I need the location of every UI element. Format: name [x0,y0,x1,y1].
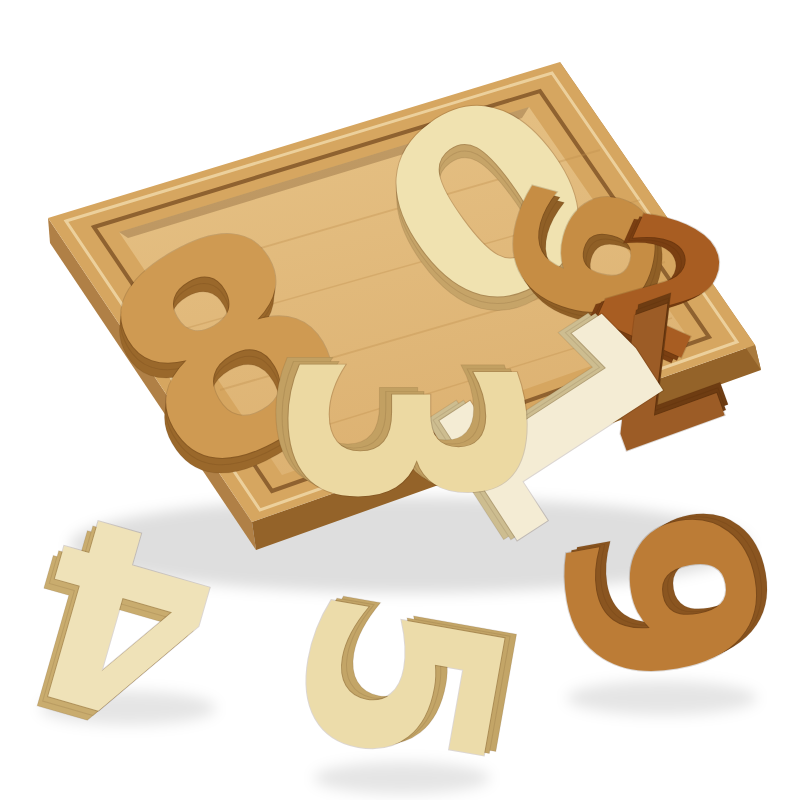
piece-digit-3-in-tray[interactable]: 3 3 3 [206,341,585,515]
puzzle-scene-svg: 0 0 0 6 6 6 2 2 2 8 8 8 7 7 7 1 1 1 3 3 … [0,0,800,800]
product-photo-scene: 0 0 0 6 6 6 2 2 2 8 8 8 7 7 7 1 1 1 3 3 … [0,0,800,800]
svg-text:3: 3 [219,349,586,516]
